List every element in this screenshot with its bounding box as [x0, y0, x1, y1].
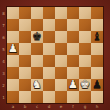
square-g1[interactable]: [79, 91, 91, 103]
square-b6[interactable]: [19, 31, 31, 43]
square-c2[interactable]: ♞: [31, 79, 43, 91]
square-e7[interactable]: [55, 19, 67, 31]
file-label-g: g: [79, 103, 91, 110]
square-g4[interactable]: [79, 55, 91, 67]
square-g8[interactable]: [79, 7, 91, 19]
piece-white-pawn[interactable]: ♟: [67, 79, 79, 91]
square-b4[interactable]: [19, 55, 31, 67]
square-e3[interactable]: [55, 67, 67, 79]
square-h1[interactable]: [91, 91, 103, 103]
square-f2[interactable]: ♟: [67, 79, 79, 91]
square-e6[interactable]: [55, 31, 67, 43]
square-d7[interactable]: [43, 19, 55, 31]
square-h8[interactable]: [91, 7, 103, 19]
square-b5[interactable]: [19, 43, 31, 55]
square-a2[interactable]: [7, 79, 19, 91]
square-g6[interactable]: [79, 31, 91, 43]
square-f4[interactable]: [67, 55, 79, 67]
file-label-d: d: [43, 103, 55, 110]
square-f5[interactable]: [67, 43, 79, 55]
file-label-b: b: [19, 103, 31, 110]
square-f7[interactable]: [67, 19, 79, 31]
file-label-a: a: [7, 103, 19, 110]
square-f1[interactable]: [67, 91, 79, 103]
chess-board-frame: 87654321 abcdefgh ♚♝♟♞♟♚♟: [0, 0, 110, 110]
file-label-e: e: [55, 103, 67, 110]
square-b3[interactable]: [19, 67, 31, 79]
square-a4[interactable]: [7, 55, 19, 67]
rank-label-7: 7: [0, 19, 7, 31]
square-h5[interactable]: [91, 43, 103, 55]
square-h4[interactable]: [91, 55, 103, 67]
square-b7[interactable]: [19, 19, 31, 31]
square-d8[interactable]: [43, 7, 55, 19]
piece-white-king[interactable]: ♚: [79, 79, 91, 91]
square-c1[interactable]: [31, 91, 43, 103]
square-e5[interactable]: [55, 43, 67, 55]
rank-label-6: 6: [0, 31, 7, 43]
rank-label-3: 3: [0, 67, 7, 79]
piece-black-bishop[interactable]: ♝: [91, 31, 103, 43]
rank-label-1: 1: [0, 91, 7, 103]
rank-label-4: 4: [0, 55, 7, 67]
square-h6[interactable]: ♝: [91, 31, 103, 43]
square-h2[interactable]: ♟: [91, 79, 103, 91]
square-a7[interactable]: [7, 19, 19, 31]
file-label-h: h: [91, 103, 103, 110]
square-d4[interactable]: [43, 55, 55, 67]
square-f6[interactable]: [67, 31, 79, 43]
square-g5[interactable]: [79, 43, 91, 55]
rank-labels: 87654321: [0, 7, 7, 103]
square-a1[interactable]: [7, 91, 19, 103]
square-a8[interactable]: [7, 7, 19, 19]
chess-board: ♚♝♟♞♟♚♟: [7, 7, 103, 103]
square-e2[interactable]: [55, 79, 67, 91]
piece-white-knight[interactable]: ♞: [31, 79, 43, 91]
square-b2[interactable]: [19, 79, 31, 91]
square-a3[interactable]: [7, 67, 19, 79]
square-d1[interactable]: [43, 91, 55, 103]
piece-white-pawn[interactable]: ♟: [7, 43, 19, 55]
rank-label-8: 8: [0, 7, 7, 19]
square-c5[interactable]: [31, 43, 43, 55]
piece-black-king[interactable]: ♚: [31, 31, 43, 43]
square-b8[interactable]: [19, 7, 31, 19]
square-e4[interactable]: [55, 55, 67, 67]
square-d6[interactable]: [43, 31, 55, 43]
square-c8[interactable]: [31, 7, 43, 19]
file-label-c: c: [31, 103, 43, 110]
piece-black-pawn[interactable]: ♟: [91, 79, 103, 91]
square-c6[interactable]: ♚: [31, 31, 43, 43]
square-d2[interactable]: [43, 79, 55, 91]
square-e1[interactable]: [55, 91, 67, 103]
rank-label-2: 2: [0, 79, 7, 91]
file-labels: abcdefgh: [7, 103, 103, 110]
square-d5[interactable]: [43, 43, 55, 55]
square-g2[interactable]: ♚: [79, 79, 91, 91]
square-a5[interactable]: ♟: [7, 43, 19, 55]
file-label-f: f: [67, 103, 79, 110]
square-c4[interactable]: [31, 55, 43, 67]
square-g7[interactable]: [79, 19, 91, 31]
rank-label-5: 5: [0, 43, 7, 55]
square-e8[interactable]: [55, 7, 67, 19]
square-f8[interactable]: [67, 7, 79, 19]
square-d3[interactable]: [43, 67, 55, 79]
square-b1[interactable]: [19, 91, 31, 103]
